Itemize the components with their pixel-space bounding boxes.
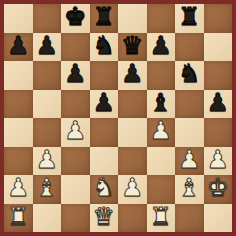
square-g3[interactable]: ♟ [175, 147, 204, 176]
square-g8[interactable]: ♜ [175, 4, 204, 33]
square-c7[interactable] [61, 33, 90, 62]
white-bishop-b2[interactable]: ♝ [36, 175, 58, 202]
white-knight-d2[interactable]: ♞ [93, 175, 115, 202]
white-rook-a1[interactable]: ♜ [7, 204, 29, 231]
square-h6[interactable] [204, 61, 233, 90]
square-f6[interactable] [147, 61, 176, 90]
square-g5[interactable] [175, 90, 204, 119]
square-a3[interactable] [4, 147, 33, 176]
square-f3[interactable] [147, 147, 176, 176]
board-frame: ♚♜♜♟♟♞♛♟♟♟♞♟♝♟♟♟♟♟♟♟♝♞♟♝♚♜♛♜ [0, 0, 236, 236]
square-f1[interactable]: ♜ [147, 204, 176, 233]
square-h2[interactable]: ♚ [204, 175, 233, 204]
square-b1[interactable] [33, 204, 62, 233]
square-d8[interactable]: ♜ [90, 4, 119, 33]
square-b5[interactable] [33, 90, 62, 119]
square-g2[interactable]: ♝ [175, 175, 204, 204]
white-bishop-g2[interactable]: ♝ [178, 175, 200, 202]
square-a1[interactable]: ♜ [4, 204, 33, 233]
black-pawn-e6[interactable]: ♟ [121, 61, 143, 88]
square-c8[interactable]: ♚ [61, 4, 90, 33]
black-pawn-f7[interactable]: ♟ [150, 33, 172, 60]
square-c2[interactable] [61, 175, 90, 204]
square-a5[interactable] [4, 90, 33, 119]
square-c1[interactable] [61, 204, 90, 233]
black-pawn-c6[interactable]: ♟ [64, 61, 86, 88]
white-pawn-c4[interactable]: ♟ [64, 118, 86, 145]
square-c6[interactable]: ♟ [61, 61, 90, 90]
chess-board: ♚♜♜♟♟♞♛♟♟♟♞♟♝♟♟♟♟♟♟♟♝♞♟♝♚♜♛♜ [4, 4, 232, 232]
square-f7[interactable]: ♟ [147, 33, 176, 62]
black-bishop-f5[interactable]: ♝ [150, 90, 172, 117]
square-d1[interactable]: ♛ [90, 204, 119, 233]
square-e1[interactable] [118, 204, 147, 233]
black-rook-d8[interactable]: ♜ [93, 4, 115, 31]
black-pawn-h5[interactable]: ♟ [207, 90, 229, 117]
square-d7[interactable]: ♞ [90, 33, 119, 62]
black-pawn-d5[interactable]: ♟ [93, 90, 115, 117]
square-f8[interactable] [147, 4, 176, 33]
square-a6[interactable] [4, 61, 33, 90]
square-b2[interactable]: ♝ [33, 175, 62, 204]
square-d6[interactable] [90, 61, 119, 90]
square-d5[interactable]: ♟ [90, 90, 119, 119]
square-b6[interactable] [33, 61, 62, 90]
square-a8[interactable] [4, 4, 33, 33]
square-g7[interactable] [175, 33, 204, 62]
square-h7[interactable] [204, 33, 233, 62]
square-a7[interactable]: ♟ [4, 33, 33, 62]
square-e3[interactable] [118, 147, 147, 176]
square-h4[interactable] [204, 118, 233, 147]
square-c5[interactable] [61, 90, 90, 119]
black-king-c8[interactable]: ♚ [64, 4, 86, 31]
black-queen-e7[interactable]: ♛ [121, 33, 143, 60]
square-f4[interactable]: ♟ [147, 118, 176, 147]
square-h8[interactable] [204, 4, 233, 33]
square-b8[interactable] [33, 4, 62, 33]
black-pawn-b7[interactable]: ♟ [36, 33, 58, 60]
black-knight-g6[interactable]: ♞ [178, 61, 200, 88]
white-king-h2[interactable]: ♚ [207, 175, 229, 202]
square-d4[interactable] [90, 118, 119, 147]
white-pawn-h3[interactable]: ♟ [207, 147, 229, 174]
square-c3[interactable] [61, 147, 90, 176]
square-f2[interactable] [147, 175, 176, 204]
white-queen-d1[interactable]: ♛ [93, 204, 115, 231]
square-b7[interactable]: ♟ [33, 33, 62, 62]
white-pawn-f4[interactable]: ♟ [150, 118, 172, 145]
white-pawn-g3[interactable]: ♟ [178, 147, 200, 174]
square-d2[interactable]: ♞ [90, 175, 119, 204]
white-pawn-b3[interactable]: ♟ [36, 147, 58, 174]
square-e8[interactable] [118, 4, 147, 33]
black-pawn-a7[interactable]: ♟ [7, 33, 29, 60]
square-h3[interactable]: ♟ [204, 147, 233, 176]
square-e4[interactable] [118, 118, 147, 147]
square-c4[interactable]: ♟ [61, 118, 90, 147]
white-pawn-e2[interactable]: ♟ [121, 175, 143, 202]
square-e7[interactable]: ♛ [118, 33, 147, 62]
black-rook-g8[interactable]: ♜ [178, 4, 200, 31]
white-rook-f1[interactable]: ♜ [150, 204, 172, 231]
square-g4[interactable] [175, 118, 204, 147]
square-h1[interactable] [204, 204, 233, 233]
white-pawn-a2[interactable]: ♟ [7, 175, 29, 202]
square-a2[interactable]: ♟ [4, 175, 33, 204]
square-e6[interactable]: ♟ [118, 61, 147, 90]
square-a4[interactable] [4, 118, 33, 147]
square-d3[interactable] [90, 147, 119, 176]
black-knight-d7[interactable]: ♞ [93, 33, 115, 60]
square-g6[interactable]: ♞ [175, 61, 204, 90]
square-e2[interactable]: ♟ [118, 175, 147, 204]
square-f5[interactable]: ♝ [147, 90, 176, 119]
square-e5[interactable] [118, 90, 147, 119]
square-h5[interactable]: ♟ [204, 90, 233, 119]
square-b4[interactable] [33, 118, 62, 147]
square-b3[interactable]: ♟ [33, 147, 62, 176]
square-g1[interactable] [175, 204, 204, 233]
